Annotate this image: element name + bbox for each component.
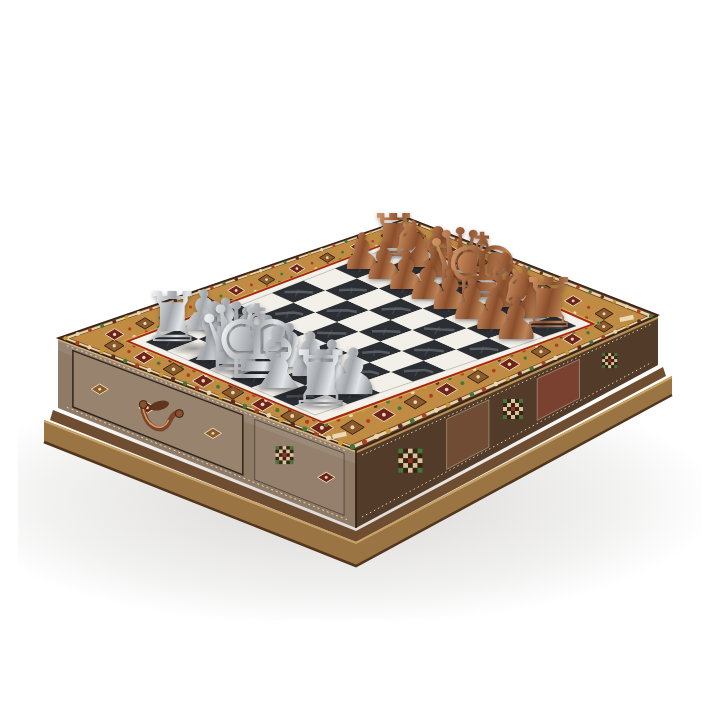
piece-glyph: ♜ [286, 341, 356, 419]
piece-glyph: ♟ [490, 290, 542, 348]
chess-set-product-photo: ♜♞♟♝♟♛♟♚♟♝♟♞♟♜♟♟♟♟♜♟♞♟♝♟♛♟♚♟♝♟♞♜ [0, 0, 720, 720]
pieces-layer: ♜♞♟♝♟♛♟♚♟♝♟♞♟♜♟♟♟♟♜♟♞♟♝♟♛♟♚♟♝♟♞♜ [0, 0, 720, 720]
piece-silver-rook-h1[interactable]: ♜ [282, 341, 360, 419]
piece-copper-pawn-h7[interactable]: ♟ [487, 290, 545, 348]
